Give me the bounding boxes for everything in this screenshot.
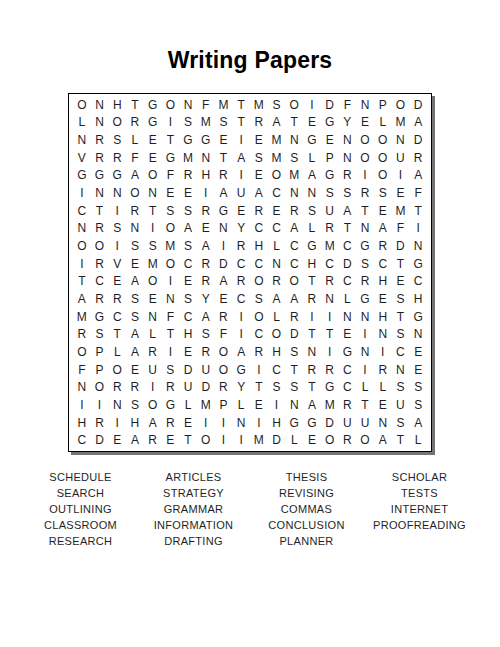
- grid-cell-r15c3: L: [108, 343, 126, 361]
- grid-cell-r19c11: I: [250, 414, 268, 432]
- grid-cell-r1c8: F: [197, 96, 215, 114]
- grid-cell-r9c1: O: [73, 237, 91, 255]
- grid-cell-r2c10: T: [232, 114, 250, 132]
- grid-cell-r15c16: G: [339, 343, 357, 361]
- grid-cell-r3c19: N: [392, 131, 410, 149]
- grid-cell-r10c2: R: [91, 255, 109, 273]
- grid-cell-r19c2: R: [91, 414, 109, 432]
- grid-cell-r12c11: S: [250, 290, 268, 308]
- grid-cell-r20c9: I: [215, 431, 233, 449]
- grid-cell-r10c20: G: [409, 255, 427, 273]
- grid-cell-r10c19: T: [392, 255, 410, 273]
- grid-cell-r15c5: R: [144, 343, 162, 361]
- grid-cell-r2c14: E: [303, 114, 321, 132]
- grid-cell-r1c13: O: [285, 96, 303, 114]
- grid-cell-r18c13: N: [285, 396, 303, 414]
- grid-cell-r18c2: I: [91, 396, 109, 414]
- grid-cell-r16c11: I: [250, 361, 268, 379]
- grid-cell-r19c8: I: [197, 414, 215, 432]
- grid-cell-r19c3: I: [108, 414, 126, 432]
- grid-cell-r10c14: H: [303, 255, 321, 273]
- grid-cell-r8c12: C: [268, 220, 286, 238]
- grid-cell-r20c7: T: [179, 431, 197, 449]
- grid-cell-r20c6: E: [162, 431, 180, 449]
- grid-cell-r9c6: M: [162, 237, 180, 255]
- grid-cell-r20c8: O: [197, 431, 215, 449]
- grid-cell-r13c4: S: [126, 308, 144, 326]
- grid-cell-r3c10: I: [232, 131, 250, 149]
- grid-cell-r7c5: T: [144, 202, 162, 220]
- grid-cell-r3c1: N: [73, 131, 91, 149]
- grid-cell-r12c9: E: [215, 290, 233, 308]
- grid-cell-r3c14: G: [303, 131, 321, 149]
- grid-cell-r17c3: R: [108, 378, 126, 396]
- grid-cell-r16c6: S: [162, 361, 180, 379]
- grid-cell-r4c16: N: [339, 149, 357, 167]
- grid-cell-r5c7: R: [179, 167, 197, 185]
- grid-cell-r18c11: E: [250, 396, 268, 414]
- grid-cell-r14c5: L: [144, 325, 162, 343]
- grid-cell-r13c5: N: [144, 308, 162, 326]
- grid-cell-r14c13: D: [285, 325, 303, 343]
- grid-cell-r16c14: R: [303, 361, 321, 379]
- grid-cell-r10c7: C: [179, 255, 197, 273]
- grid-cell-r18c12: I: [268, 396, 286, 414]
- grid-cell-r5c10: I: [232, 167, 250, 185]
- grid-cell-r16c19: N: [392, 361, 410, 379]
- grid-cell-r5c15: G: [321, 167, 339, 185]
- grid-cell-r5c8: H: [197, 167, 215, 185]
- grid-cell-r8c8: E: [197, 220, 215, 238]
- grid-cell-r2c3: O: [108, 114, 126, 132]
- grid-cell-r6c19: E: [392, 184, 410, 202]
- grid-cell-r12c14: R: [303, 290, 321, 308]
- grid-cell-r12c5: E: [144, 290, 162, 308]
- grid-cell-r13c3: C: [108, 308, 126, 326]
- grid-cell-r15c8: R: [197, 343, 215, 361]
- grid-cell-r4c14: L: [303, 149, 321, 167]
- grid-cell-r13c20: G: [409, 308, 427, 326]
- word-list-column-4: SCHOLARTESTSINTERNETPROOFREADING: [363, 469, 476, 549]
- grid-cell-r14c20: N: [409, 325, 427, 343]
- grid-cell-r8c4: N: [126, 220, 144, 238]
- grid-cell-r19c5: A: [144, 414, 162, 432]
- grid-cell-r16c4: E: [126, 361, 144, 379]
- grid-cell-r20c11: M: [250, 431, 268, 449]
- grid-cell-r2c15: G: [321, 114, 339, 132]
- grid-cell-r9c8: A: [197, 237, 215, 255]
- grid-cell-r6c10: U: [232, 184, 250, 202]
- grid-cell-r15c20: E: [409, 343, 427, 361]
- grid-cell-r12c18: E: [374, 290, 392, 308]
- grid-cell-r5c1: G: [73, 167, 91, 185]
- grid-cell-r9c2: O: [91, 237, 109, 255]
- grid-cell-r10c12: N: [268, 255, 286, 273]
- grid-cell-r10c6: O: [162, 255, 180, 273]
- grid-cell-r8c7: A: [179, 220, 197, 238]
- grid-cell-r2c4: R: [126, 114, 144, 132]
- grid-cell-r4c9: T: [215, 149, 233, 167]
- word-item: SCHEDULE: [24, 469, 137, 485]
- grid-cell-r18c20: S: [409, 396, 427, 414]
- grid-cell-r10c11: C: [250, 255, 268, 273]
- grid-cell-r3c12: M: [268, 131, 286, 149]
- grid-cell-r17c5: I: [144, 378, 162, 396]
- grid-cell-r13c8: A: [197, 308, 215, 326]
- grid-cell-r8c16: T: [339, 220, 357, 238]
- grid-cell-r14c6: T: [162, 325, 180, 343]
- word-item: PROOFREADING: [363, 517, 476, 533]
- word-item: INTERNET: [363, 501, 476, 517]
- grid-cell-r11c9: A: [215, 272, 233, 290]
- grid-cell-r20c19: T: [392, 431, 410, 449]
- grid-cell-r1c17: N: [356, 96, 374, 114]
- word-list-column-1: SCHEDULESEARCHOUTLININGCLASSROOMRESEARCH: [24, 469, 137, 549]
- grid-cell-r3c18: O: [374, 131, 392, 149]
- grid-cell-r12c1: A: [73, 290, 91, 308]
- grid-cell-r18c7: L: [179, 396, 197, 414]
- grid-cell-r7c14: S: [303, 202, 321, 220]
- grid-cell-r19c14: G: [303, 414, 321, 432]
- grid-cell-r14c8: S: [197, 325, 215, 343]
- grid-cell-r19c10: N: [232, 414, 250, 432]
- grid-cell-r8c1: N: [73, 220, 91, 238]
- grid-cell-r3c15: E: [321, 131, 339, 149]
- grid-cell-r3c6: T: [162, 131, 180, 149]
- grid-cell-r18c10: L: [232, 396, 250, 414]
- grid-cell-r16c8: U: [197, 361, 215, 379]
- grid-cell-r1c12: S: [268, 96, 286, 114]
- grid-cell-r15c15: I: [321, 343, 339, 361]
- grid-cell-r3c2: R: [91, 131, 109, 149]
- grid-cell-r3c5: E: [144, 131, 162, 149]
- grid-cell-r3c4: L: [126, 131, 144, 149]
- grid-cell-r19c15: D: [321, 414, 339, 432]
- grid-cell-r8c15: R: [321, 220, 339, 238]
- grid-cell-r19c12: H: [268, 414, 286, 432]
- grid-cell-r1c7: N: [179, 96, 197, 114]
- grid-cell-r7c9: G: [215, 202, 233, 220]
- grid-cell-r4c1: V: [73, 149, 91, 167]
- grid-cell-r11c5: O: [144, 272, 162, 290]
- grid-cell-r8c9: N: [215, 220, 233, 238]
- grid-cell-r18c4: S: [126, 396, 144, 414]
- word-list: SCHEDULESEARCHOUTLININGCLASSROOMRESEARCH…: [24, 469, 476, 549]
- grid-cell-r16c17: I: [356, 361, 374, 379]
- grid-cell-r5c17: I: [356, 167, 374, 185]
- grid-cell-r7c12: E: [268, 202, 286, 220]
- grid-cell-r8c13: A: [285, 220, 303, 238]
- grid-cell-r4c13: S: [285, 149, 303, 167]
- grid-cell-r13c14: I: [303, 308, 321, 326]
- grid-cell-r5c5: O: [144, 167, 162, 185]
- grid-cell-r12c10: C: [232, 290, 250, 308]
- grid-cell-r8c2: R: [91, 220, 109, 238]
- grid-cell-r7c11: R: [250, 202, 268, 220]
- grid-cell-r11c2: C: [91, 272, 109, 290]
- grid-cell-r17c19: S: [392, 378, 410, 396]
- grid-cell-r5c16: R: [339, 167, 357, 185]
- grid-cell-r16c1: F: [73, 361, 91, 379]
- grid-cell-r15c2: P: [91, 343, 109, 361]
- grid-cell-r10c8: R: [197, 255, 215, 273]
- grid-cell-r2c16: Y: [339, 114, 357, 132]
- word-item: INFORMATION: [137, 517, 250, 533]
- grid-cell-r5c2: G: [91, 167, 109, 185]
- word-item: SCHOLAR: [363, 469, 476, 485]
- grid-cell-r15c7: E: [179, 343, 197, 361]
- grid-cell-r2c20: A: [409, 114, 427, 132]
- grid-cell-r14c7: H: [179, 325, 197, 343]
- grid-cell-r17c4: R: [126, 378, 144, 396]
- grid-cell-r19c18: N: [374, 414, 392, 432]
- grid-cell-r2c17: E: [356, 114, 374, 132]
- grid-cell-r3c16: N: [339, 131, 357, 149]
- grid-cell-r11c10: R: [232, 272, 250, 290]
- grid-cell-r7c17: T: [356, 202, 374, 220]
- grid-cell-r7c2: T: [91, 202, 109, 220]
- grid-cell-r20c3: E: [108, 431, 126, 449]
- grid-cell-r7c10: E: [232, 202, 250, 220]
- grid-cell-r8c3: S: [108, 220, 126, 238]
- grid-cell-r6c4: O: [126, 184, 144, 202]
- grid-cell-r12c4: S: [126, 290, 144, 308]
- grid-cell-r15c17: N: [356, 343, 374, 361]
- grid-cell-r14c11: C: [250, 325, 268, 343]
- grid-cell-r20c10: I: [232, 431, 250, 449]
- word-item: TESTS: [363, 485, 476, 501]
- grid-cell-r8c11: C: [250, 220, 268, 238]
- grid-cell-r16c13: T: [285, 361, 303, 379]
- grid-cell-r4c5: E: [144, 149, 162, 167]
- grid-cell-r12c6: N: [162, 290, 180, 308]
- grid-cell-r12c12: A: [268, 290, 286, 308]
- grid-cell-r17c12: S: [268, 378, 286, 396]
- grid-cell-r8c6: O: [162, 220, 180, 238]
- grid-cell-r12c17: G: [356, 290, 374, 308]
- grid-cell-r1c16: F: [339, 96, 357, 114]
- grid-cell-r20c16: R: [339, 431, 357, 449]
- grid-cell-r17c18: L: [374, 378, 392, 396]
- grid-cell-r17c16: C: [339, 378, 357, 396]
- grid-cell-r8c18: A: [374, 220, 392, 238]
- grid-cell-r4c4: F: [126, 149, 144, 167]
- grid-cell-r17c10: Y: [232, 378, 250, 396]
- grid-cell-r19c4: H: [126, 414, 144, 432]
- grid-cell-r18c1: I: [73, 396, 91, 414]
- grid-cell-r2c7: S: [179, 114, 197, 132]
- grid-cell-r5c4: A: [126, 167, 144, 185]
- grid-cell-r17c20: S: [409, 378, 427, 396]
- grid-cell-r19c1: H: [73, 414, 91, 432]
- grid-cell-r10c1: I: [73, 255, 91, 273]
- grid-cell-r2c1: L: [73, 114, 91, 132]
- grid-cell-r16c15: R: [321, 361, 339, 379]
- grid-cell-r15c18: I: [374, 343, 392, 361]
- grid-cell-r6c15: S: [321, 184, 339, 202]
- grid-cell-r9c7: S: [179, 237, 197, 255]
- grid-cell-r18c17: T: [356, 396, 374, 414]
- grid-cell-r11c8: R: [197, 272, 215, 290]
- grid-cell-r18c5: O: [144, 396, 162, 414]
- grid-cell-r4c6: G: [162, 149, 180, 167]
- grid-cell-r5c18: O: [374, 167, 392, 185]
- grid-cell-r15c4: A: [126, 343, 144, 361]
- word-item: OUTLINING: [24, 501, 137, 517]
- grid-cell-r9c19: D: [392, 237, 410, 255]
- grid-cell-r19c16: U: [339, 414, 357, 432]
- grid-cell-r11c14: T: [303, 272, 321, 290]
- word-item: SEARCH: [24, 485, 137, 501]
- grid-cell-r5c3: G: [108, 167, 126, 185]
- grid-cell-r6c6: E: [162, 184, 180, 202]
- grid-cell-r5c12: O: [268, 167, 286, 185]
- grid-cell-r6c5: N: [144, 184, 162, 202]
- grid-cell-r20c1: C: [73, 431, 91, 449]
- grid-cell-r7c3: I: [108, 202, 126, 220]
- word-search-grid: ONHTGONFMTMSOIDFNPODLNORGISMSTRATEGYELMA…: [68, 93, 432, 452]
- grid-cell-r15c10: A: [232, 343, 250, 361]
- grid-cell-r13c9: R: [215, 308, 233, 326]
- grid-cell-r6c13: N: [285, 184, 303, 202]
- grid-cell-r19c17: U: [356, 414, 374, 432]
- grid-cell-r9c3: I: [108, 237, 126, 255]
- grid-cell-r9c17: G: [356, 237, 374, 255]
- grid-cell-r3c8: G: [197, 131, 215, 149]
- grid-cell-r13c11: O: [250, 308, 268, 326]
- grid-cell-r12c16: L: [339, 290, 357, 308]
- grid-cell-r11c13: O: [285, 272, 303, 290]
- grid-cell-r6c8: I: [197, 184, 215, 202]
- grid-cell-r1c18: P: [374, 96, 392, 114]
- grid-cell-r13c19: T: [392, 308, 410, 326]
- grid-cell-r18c15: M: [321, 396, 339, 414]
- grid-cell-r6c2: N: [91, 184, 109, 202]
- grid-cell-r5c6: F: [162, 167, 180, 185]
- grid-cell-r12c3: R: [108, 290, 126, 308]
- grid-cell-r6c11: A: [250, 184, 268, 202]
- grid-cell-r12c7: S: [179, 290, 197, 308]
- grid-cell-r13c10: I: [232, 308, 250, 326]
- grid-cell-r8c19: F: [392, 220, 410, 238]
- grid-cell-r14c15: T: [321, 325, 339, 343]
- grid-cell-r11c7: E: [179, 272, 197, 290]
- grid-cell-r2c5: G: [144, 114, 162, 132]
- grid-cell-r15c14: N: [303, 343, 321, 361]
- grid-cell-r11c3: E: [108, 272, 126, 290]
- grid-cell-r14c1: R: [73, 325, 91, 343]
- grid-cell-r12c8: Y: [197, 290, 215, 308]
- grid-cell-r3c20: D: [409, 131, 427, 149]
- grid-cell-r20c18: A: [374, 431, 392, 449]
- grid-cell-r14c4: A: [126, 325, 144, 343]
- grid-cell-r1c9: M: [215, 96, 233, 114]
- grid-cell-r11c16: C: [339, 272, 357, 290]
- grid-cell-r7c8: R: [197, 202, 215, 220]
- grid-cell-r15c6: I: [162, 343, 180, 361]
- grid-cell-r5c11: E: [250, 167, 268, 185]
- grid-cell-r17c6: R: [162, 378, 180, 396]
- grid-cell-r2c18: L: [374, 114, 392, 132]
- grid-cell-r11c17: R: [356, 272, 374, 290]
- grid-cell-r9c14: G: [303, 237, 321, 255]
- grid-cell-r13c7: C: [179, 308, 197, 326]
- grid-cell-r17c13: S: [285, 378, 303, 396]
- grid-cell-r16c7: D: [179, 361, 197, 379]
- word-item: GRAMMAR: [137, 501, 250, 517]
- grid-cell-r16c2: P: [91, 361, 109, 379]
- grid-cell-r18c19: U: [392, 396, 410, 414]
- grid-cell-r11c6: I: [162, 272, 180, 290]
- grid-cell-r3c7: G: [179, 131, 197, 149]
- grid-cell-r14c19: S: [392, 325, 410, 343]
- grid-cell-r9c15: M: [321, 237, 339, 255]
- grid-cell-r4c10: A: [232, 149, 250, 167]
- grid-cell-r17c17: L: [356, 378, 374, 396]
- grid-cell-r2c2: N: [91, 114, 109, 132]
- grid-cell-r1c11: M: [250, 96, 268, 114]
- grid-cell-r4c15: P: [321, 149, 339, 167]
- grid-cell-r20c14: E: [303, 431, 321, 449]
- grid-cell-r13c16: N: [339, 308, 357, 326]
- grid-cell-r15c9: O: [215, 343, 233, 361]
- grid-cell-r18c16: R: [339, 396, 357, 414]
- grid-cell-r1c15: D: [321, 96, 339, 114]
- grid-cell-r17c15: G: [321, 378, 339, 396]
- grid-cell-r16c18: R: [374, 361, 392, 379]
- word-item: COMMAS: [250, 501, 363, 517]
- grid-cell-r6c14: N: [303, 184, 321, 202]
- grid-cell-r10c10: C: [232, 255, 250, 273]
- grid-cell-r10c16: D: [339, 255, 357, 273]
- word-item: CLASSROOM: [24, 517, 137, 533]
- grid-cell-r9c4: S: [126, 237, 144, 255]
- grid-cell-r9c20: N: [409, 237, 427, 255]
- grid-cell-r10c18: C: [374, 255, 392, 273]
- grid-cell-r10c5: M: [144, 255, 162, 273]
- grid-cell-r16c10: G: [232, 361, 250, 379]
- grid-cell-r11c18: H: [374, 272, 392, 290]
- grid-cell-r6c7: E: [179, 184, 197, 202]
- grid-cell-r18c9: P: [215, 396, 233, 414]
- grid-cell-r3c9: E: [215, 131, 233, 149]
- grid-cell-r7c18: E: [374, 202, 392, 220]
- grid-cell-r9c9: I: [215, 237, 233, 255]
- grid-cell-r14c3: T: [108, 325, 126, 343]
- grid-cell-r12c13: A: [285, 290, 303, 308]
- grid-cell-r15c11: R: [250, 343, 268, 361]
- grid-cell-r10c9: D: [215, 255, 233, 273]
- grid-cell-r7c19: M: [392, 202, 410, 220]
- word-list-column-2: ARTICLESSTRATEGYGRAMMARINFORMATIONDRAFTI…: [137, 469, 250, 549]
- grid-cell-r20c20: L: [409, 431, 427, 449]
- grid-cell-r7c1: C: [73, 202, 91, 220]
- grid-cell-r1c6: O: [162, 96, 180, 114]
- grid-cell-r11c12: R: [268, 272, 286, 290]
- grid-cell-r1c3: H: [108, 96, 126, 114]
- grid-cell-r19c13: G: [285, 414, 303, 432]
- grid-cell-r9c11: H: [250, 237, 268, 255]
- grid-cell-r17c9: R: [215, 378, 233, 396]
- grid-cell-r20c15: O: [321, 431, 339, 449]
- word-item: CONCLUSION: [250, 517, 363, 533]
- grid-cell-r11c20: C: [409, 272, 427, 290]
- grid-cell-r9c13: C: [285, 237, 303, 255]
- grid-cell-r16c5: U: [144, 361, 162, 379]
- grid-cell-r1c2: N: [91, 96, 109, 114]
- grid-cell-r1c10: T: [232, 96, 250, 114]
- grid-cell-r18c8: M: [197, 396, 215, 414]
